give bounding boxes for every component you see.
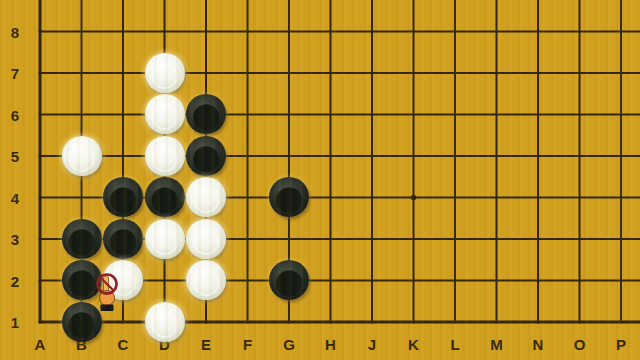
white-stone-E3[interactable]: ○ (186, 219, 226, 259)
row-label-2: 2 (11, 273, 19, 288)
intersection-L5[interactable] (434, 135, 476, 177)
white-stone-B5[interactable]: ○ (62, 136, 102, 176)
row-label-1: 1 (11, 315, 19, 330)
intersection-A3[interactable] (19, 218, 61, 260)
intersection-K8[interactable] (393, 10, 435, 52)
intersection-M7[interactable] (476, 52, 518, 94)
row-label-3: 3 (11, 232, 19, 247)
white-stone-E4[interactable]: ○ (186, 177, 226, 217)
intersection-C5[interactable] (102, 135, 144, 177)
row-label-5: 5 (11, 149, 19, 164)
row-label-8: 8 (11, 24, 19, 39)
intersection-N3[interactable] (517, 218, 559, 260)
intersection-L2[interactable] (434, 259, 476, 301)
intersection-C4[interactable]: ● (102, 176, 144, 218)
intersection-N8[interactable] (517, 10, 559, 52)
intersection-M5[interactable] (476, 135, 518, 177)
intersection-C1[interactable] (102, 301, 144, 343)
intersection-L6[interactable] (434, 93, 476, 135)
intersection-M3[interactable] (476, 218, 518, 260)
intersection-B6[interactable] (61, 93, 103, 135)
intersection-L8[interactable] (434, 10, 476, 52)
intersection-F5[interactable] (227, 135, 269, 177)
intersection-E1[interactable] (185, 301, 227, 343)
intersection-D6[interactable]: ○ (144, 93, 186, 135)
intersection-N5[interactable] (517, 135, 559, 177)
intersection-A7[interactable] (19, 52, 61, 94)
intersection-F7[interactable] (227, 52, 269, 94)
black-stone-B1[interactable]: ● (62, 302, 102, 342)
intersection-A1[interactable] (19, 301, 61, 343)
intersection-C2[interactable]: ○ (102, 259, 144, 301)
intersection-K5[interactable] (393, 135, 435, 177)
intersection-F6[interactable] (227, 93, 269, 135)
intersection-P7[interactable] (600, 52, 640, 94)
intersection-J1[interactable] (351, 301, 393, 343)
intersection-G7[interactable] (268, 52, 310, 94)
intersection-B5[interactable]: ○ (61, 135, 103, 177)
intersection-G6[interactable] (268, 93, 310, 135)
intersection-J5[interactable] (351, 135, 393, 177)
intersection-O1[interactable] (559, 301, 601, 343)
intersection-F2[interactable] (227, 259, 269, 301)
intersection-O8[interactable] (559, 10, 601, 52)
intersection-K4[interactable] (393, 176, 435, 218)
intersection-O3[interactable] (559, 218, 601, 260)
intersection-H7[interactable] (310, 52, 352, 94)
intersection-A8[interactable] (19, 10, 61, 52)
intersection-A2[interactable] (19, 259, 61, 301)
intersection-P6[interactable] (600, 93, 640, 135)
intersection-N1[interactable] (517, 301, 559, 343)
intersection-P8[interactable] (600, 10, 640, 52)
intersection-O4[interactable] (559, 176, 601, 218)
intersection-E2[interactable]: ○ (185, 259, 227, 301)
black-stone-E6[interactable]: ● (186, 94, 226, 134)
black-stone-B3[interactable]: ● (62, 219, 102, 259)
intersection-B4[interactable] (61, 176, 103, 218)
intersection-P5[interactable] (600, 135, 640, 177)
intersection-E8[interactable] (185, 10, 227, 52)
intersection-G5[interactable] (268, 135, 310, 177)
intersection-F1[interactable] (227, 301, 269, 343)
intersection-H4[interactable] (310, 176, 352, 218)
intersection-D4[interactable]: ● (144, 176, 186, 218)
intersection-D7[interactable]: ○ (144, 52, 186, 94)
intersection-L7[interactable] (434, 52, 476, 94)
intersection-O7[interactable] (559, 52, 601, 94)
intersection-P4[interactable] (600, 176, 640, 218)
intersection-M6[interactable] (476, 93, 518, 135)
intersection-P1[interactable] (600, 301, 640, 343)
black-stone-E5[interactable]: ● (186, 136, 226, 176)
intersection-G2[interactable]: ● (268, 259, 310, 301)
intersection-N2[interactable] (517, 259, 559, 301)
intersection-H1[interactable] (310, 301, 352, 343)
intersection-H3[interactable] (310, 218, 352, 260)
intersection-H2[interactable] (310, 259, 352, 301)
intersection-J8[interactable] (351, 10, 393, 52)
intersection-H6[interactable] (310, 93, 352, 135)
intersection-E5[interactable]: ● (185, 135, 227, 177)
intersection-J3[interactable] (351, 218, 393, 260)
white-stone-D5[interactable]: ○ (145, 136, 185, 176)
white-stone-D1[interactable]: ○ (145, 302, 185, 342)
intersection-G8[interactable] (268, 10, 310, 52)
intersection-J4[interactable] (351, 176, 393, 218)
intersection-E6[interactable]: ● (185, 93, 227, 135)
intersection-B7[interactable] (61, 52, 103, 94)
intersection-D1[interactable]: ○ (144, 301, 186, 343)
intersection-C8[interactable] (102, 10, 144, 52)
intersection-C6[interactable] (102, 93, 144, 135)
intersection-O2[interactable] (559, 259, 601, 301)
intersection-A4[interactable] (19, 176, 61, 218)
intersection-C7[interactable] (102, 52, 144, 94)
intersection-D3[interactable]: ○ (144, 218, 186, 260)
intersection-P3[interactable] (600, 218, 640, 260)
go-board: ABCDEFGHJKLMNOP12345678 ○○●○○●●●○●●●○○●○… (0, 0, 640, 360)
intersection-N7[interactable] (517, 52, 559, 94)
intersection-D8[interactable] (144, 10, 186, 52)
intersection-G4[interactable]: ● (268, 176, 310, 218)
black-stone-B2[interactable]: ● (62, 260, 102, 300)
intersection-L1[interactable] (434, 301, 476, 343)
intersection-O6[interactable] (559, 93, 601, 135)
black-stone-D4[interactable]: ● (145, 177, 185, 217)
white-stone-D3[interactable]: ○ (145, 219, 185, 259)
intersection-H8[interactable] (310, 10, 352, 52)
intersection-K1[interactable] (393, 301, 435, 343)
intersection-K2[interactable] (393, 259, 435, 301)
intersection-C3[interactable]: ● (102, 218, 144, 260)
board-intersections: ○○●○○●●●○●●●○○●○○●●○ (19, 10, 640, 342)
intersection-F3[interactable] (227, 218, 269, 260)
intersection-K7[interactable] (393, 52, 435, 94)
intersection-L3[interactable] (434, 218, 476, 260)
white-stone-E2[interactable]: ○ (186, 260, 226, 300)
intersection-G3[interactable] (268, 218, 310, 260)
intersection-A5[interactable] (19, 135, 61, 177)
row-label-4: 4 (11, 190, 19, 205)
intersection-G1[interactable] (268, 301, 310, 343)
intersection-O5[interactable] (559, 135, 601, 177)
intersection-M1[interactable] (476, 301, 518, 343)
intersection-A6[interactable] (19, 93, 61, 135)
white-stone-D7[interactable]: ○ (145, 53, 185, 93)
black-stone-C4[interactable]: ● (103, 177, 143, 217)
intersection-M4[interactable] (476, 176, 518, 218)
white-stone-D6[interactable]: ○ (145, 94, 185, 134)
intersection-E4[interactable]: ○ (185, 176, 227, 218)
intersection-D5[interactable]: ○ (144, 135, 186, 177)
intersection-E7[interactable] (185, 52, 227, 94)
intersection-N4[interactable] (517, 176, 559, 218)
intersection-B2[interactable]: ● (61, 259, 103, 301)
intersection-J6[interactable] (351, 93, 393, 135)
black-stone-C3[interactable]: ● (103, 219, 143, 259)
row-label-7: 7 (11, 66, 19, 81)
intersection-J2[interactable] (351, 259, 393, 301)
intersection-E3[interactable]: ○ (185, 218, 227, 260)
intersection-P2[interactable] (600, 259, 640, 301)
intersection-J7[interactable] (351, 52, 393, 94)
intersection-N6[interactable] (517, 93, 559, 135)
intersection-D2[interactable] (144, 259, 186, 301)
intersection-B1[interactable]: ● (61, 301, 103, 343)
intersection-M2[interactable] (476, 259, 518, 301)
intersection-B8[interactable] (61, 10, 103, 52)
black-stone-G4[interactable]: ● (269, 177, 309, 217)
intersection-K3[interactable] (393, 218, 435, 260)
black-stone-G2[interactable]: ● (269, 260, 309, 300)
white-stone-C2[interactable]: ○ (103, 260, 143, 300)
intersection-K6[interactable] (393, 93, 435, 135)
intersection-F8[interactable] (227, 10, 269, 52)
intersection-F4[interactable] (227, 176, 269, 218)
row-label-6: 6 (11, 107, 19, 122)
intersection-M8[interactable] (476, 10, 518, 52)
intersection-L4[interactable] (434, 176, 476, 218)
intersection-H5[interactable] (310, 135, 352, 177)
intersection-B3[interactable]: ● (61, 218, 103, 260)
